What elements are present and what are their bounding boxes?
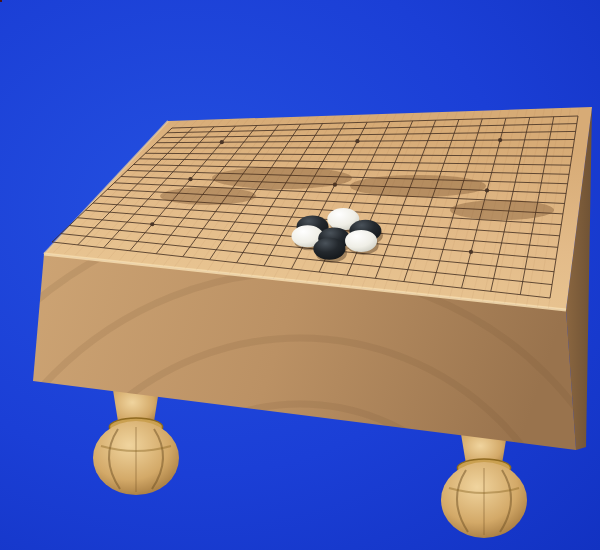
- star-point: [150, 222, 154, 226]
- go-set-photo: [0, 0, 600, 550]
- go-board-svg: [0, 0, 600, 550]
- go-bowl-black: [0, 0, 2, 2]
- star-point: [355, 139, 359, 143]
- star-point: [485, 188, 489, 192]
- star-point: [220, 140, 224, 144]
- stone-white: [345, 230, 377, 252]
- board-leg-right: [441, 434, 527, 538]
- star-point: [498, 138, 502, 142]
- board-leg-left: [93, 390, 179, 495]
- stone-black: [313, 238, 345, 260]
- star-point: [469, 250, 473, 254]
- star-point: [188, 177, 192, 181]
